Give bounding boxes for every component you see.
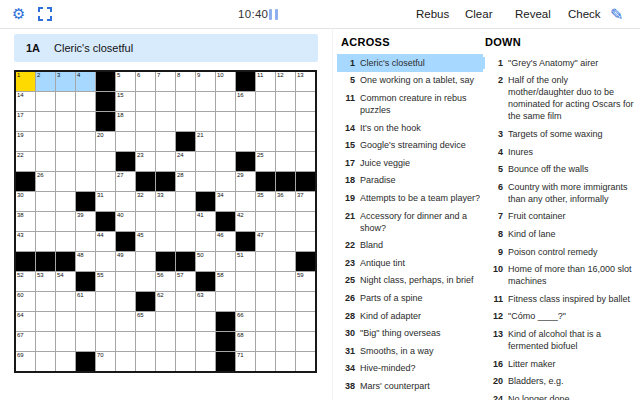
cell-r13c9[interactable] <box>176 312 195 331</box>
down-clue-10[interactable]: 10Home of more than 16,000 slot machines <box>481 260 640 290</box>
cell-r14c8[interactable] <box>156 332 175 351</box>
cell-r3c10[interactable] <box>196 112 215 131</box>
cell-r11c14[interactable] <box>276 272 295 291</box>
down-clue-16[interactable]: 16Litter maker <box>481 355 640 373</box>
clue-text: Targets of some waxing <box>508 128 603 140</box>
cell-r2c3[interactable] <box>56 92 75 111</box>
cell-number: 57 <box>177 272 184 279</box>
clue-text: Smooths, in a way <box>360 345 434 357</box>
cell-r8c9[interactable] <box>176 212 195 231</box>
across-clue-14[interactable]: 14It's on the hook <box>337 119 483 137</box>
rebus-button[interactable]: Rebus <box>416 0 449 28</box>
cell-r5c10[interactable] <box>196 152 215 171</box>
fullscreen-icon[interactable] <box>38 0 52 28</box>
cell-number: 18 <box>117 112 124 119</box>
clue-text: Cleric's closetful <box>360 57 425 69</box>
cell-r1c2[interactable]: 2 <box>36 72 55 91</box>
cell-number: 59 <box>297 272 304 279</box>
cell-r2c11[interactable] <box>216 92 235 111</box>
cell-r12c4[interactable]: 61 <box>76 292 95 311</box>
cell-r10c15 <box>296 252 315 271</box>
cell-r9c3[interactable] <box>56 232 75 251</box>
clue-text: Common creature in rebus puzzles <box>360 92 467 116</box>
down-clue-1[interactable]: 1"Grey's Anatomy" airer <box>481 54 640 72</box>
cell-r14c6[interactable] <box>116 332 135 351</box>
cell-r8c8[interactable] <box>156 212 175 231</box>
cell-r4c10[interactable]: 21 <box>196 132 215 151</box>
cell-r1c14[interactable]: 12 <box>276 72 295 91</box>
down-header: DOWN <box>485 36 640 48</box>
cell-r9c11[interactable]: 46 <box>216 232 235 251</box>
clue-text: Bland <box>360 239 383 251</box>
across-clue-34[interactable]: 34Hive-minded? <box>337 360 483 378</box>
cell-r15c7[interactable] <box>136 352 155 371</box>
cell-r15c6[interactable] <box>116 352 135 371</box>
cell-number: 30 <box>17 192 24 199</box>
down-clue-12[interactable]: 12"Cómo ____?" <box>481 308 640 326</box>
cell-r10c6[interactable]: 49 <box>116 252 135 271</box>
across-clue-22[interactable]: 22Bland <box>337 236 483 254</box>
cell-r13c14[interactable] <box>276 312 295 331</box>
cell-r11c7[interactable] <box>136 272 155 291</box>
cell-r15c13[interactable] <box>256 352 275 371</box>
cell-r8c13[interactable] <box>256 212 275 231</box>
cell-r6c4[interactable] <box>76 172 95 191</box>
cell-r13c1[interactable]: 64 <box>16 312 35 331</box>
clue-text: Litter maker <box>508 358 556 370</box>
cell-r6c12[interactable]: 29 <box>236 172 255 191</box>
cell-r1c3[interactable]: 3 <box>56 72 75 91</box>
across-clue-38[interactable]: 38Mars' counterpart <box>337 377 483 392</box>
across-clue-19[interactable]: 19Attempts to be a team player? <box>337 189 483 207</box>
down-clue-13[interactable]: 13Kind of alcohol that is a fermented bi… <box>481 325 640 355</box>
across-clue-21[interactable]: 21Accessory for dinner and a show? <box>337 207 483 237</box>
cell-r2c14[interactable] <box>276 92 295 111</box>
cell-r14c14[interactable] <box>276 332 295 351</box>
cell-r5c4[interactable] <box>76 152 95 171</box>
cell-r4c11[interactable] <box>216 132 235 151</box>
cell-r9c10[interactable] <box>196 232 215 251</box>
cell-r14c15[interactable] <box>296 332 315 351</box>
settings-gear-icon[interactable]: ⚙ <box>12 0 25 28</box>
cell-number: 9 <box>197 72 200 79</box>
cell-r15c5[interactable]: 70 <box>96 352 115 371</box>
cell-r12c8[interactable]: 62 <box>156 292 175 311</box>
cell-r4c12[interactable] <box>236 132 255 151</box>
reveal-button[interactable]: Reveal <box>515 0 551 28</box>
cell-r14c3[interactable] <box>56 332 75 351</box>
cell-r12c14[interactable] <box>276 292 295 311</box>
down-clue-9[interactable]: 9Poison control remedy <box>481 243 640 261</box>
clue-text: Night class, perhaps, in brief <box>360 274 474 286</box>
cell-number: 51 <box>237 252 244 259</box>
cell-r11c15[interactable]: 59 <box>296 272 315 291</box>
down-clue-20[interactable]: 20Bladders, e.g. <box>481 372 640 390</box>
cell-r9c12 <box>236 232 255 251</box>
across-clue-1[interactable]: 1Cleric's closetful <box>337 54 483 72</box>
across-clue-25[interactable]: 25Night class, perhaps, in brief <box>337 272 483 290</box>
cell-r13c15[interactable] <box>296 312 315 331</box>
clue-number: 11 <box>341 92 355 116</box>
cell-number: 26 <box>37 172 44 179</box>
across-clue-28[interactable]: 28Kind of adapter <box>337 307 483 325</box>
cell-r4c13[interactable] <box>256 132 275 151</box>
cell-r15c3[interactable] <box>56 352 75 371</box>
cell-r12c10[interactable]: 63 <box>196 292 215 311</box>
cell-r13c4[interactable] <box>76 312 95 331</box>
down-clue-11[interactable]: 11Fitness class inspired by ballet <box>481 290 640 308</box>
cell-r2c7[interactable] <box>136 92 155 111</box>
cell-r6c1 <box>16 172 35 191</box>
cell-r1c7[interactable]: 6 <box>136 72 155 91</box>
cell-r1c8[interactable]: 7 <box>156 72 175 91</box>
cell-number: 53 <box>37 272 44 279</box>
cell-r15c15[interactable] <box>296 352 315 371</box>
cell-r12c5[interactable] <box>96 292 115 311</box>
cell-r11c3[interactable]: 54 <box>56 272 75 291</box>
clue-number: 7 <box>489 210 503 222</box>
cell-r4c7[interactable] <box>136 132 155 151</box>
cell-r4c4[interactable] <box>76 132 95 151</box>
cell-r13c12[interactable]: 66 <box>236 312 255 331</box>
cell-r1c6[interactable]: 5 <box>116 72 135 91</box>
cell-number: 20 <box>97 132 104 139</box>
cell-r12c12[interactable] <box>236 292 255 311</box>
cell-r12c15[interactable] <box>296 292 315 311</box>
cell-r1c11[interactable]: 10 <box>216 72 235 91</box>
cell-r7c5[interactable]: 31 <box>96 192 115 211</box>
cell-r8c6[interactable]: 40 <box>116 212 135 231</box>
down-clue-3[interactable]: 3Targets of some waxing <box>481 125 640 143</box>
cell-r2c13[interactable] <box>256 92 275 111</box>
cell-r15c12[interactable]: 71 <box>236 352 255 371</box>
cell-r10c5[interactable] <box>96 252 115 271</box>
cell-r3c12[interactable] <box>236 112 255 131</box>
cell-r6c6[interactable]: 27 <box>116 172 135 191</box>
cell-r2c15[interactable] <box>296 92 315 111</box>
clue-text: Home of more than 16,000 slot machines <box>508 263 632 287</box>
across-clue-30[interactable]: 30"Big" thing overseas <box>337 324 483 342</box>
cell-r7c13[interactable]: 35 <box>256 192 275 211</box>
clear-button[interactable]: Clear <box>465 0 492 28</box>
cell-r5c8[interactable] <box>156 152 175 171</box>
cell-r2c9[interactable] <box>176 92 195 111</box>
cell-r11c2[interactable]: 53 <box>36 272 55 291</box>
cell-r2c4[interactable] <box>76 92 95 111</box>
across-clue-26[interactable]: 26Parts of a spine <box>337 289 483 307</box>
cell-r11c9[interactable]: 57 <box>176 272 195 291</box>
cell-r5c13[interactable]: 25 <box>256 152 275 171</box>
cell-number: 69 <box>17 352 24 359</box>
across-clue-31[interactable]: 31Smooths, in a way <box>337 342 483 360</box>
cell-r11c13[interactable] <box>256 272 275 291</box>
cell-r9c14[interactable] <box>276 232 295 251</box>
clue-number: 10 <box>489 263 503 287</box>
clue-number: 4 <box>489 146 503 158</box>
clue-text: Fruit container <box>508 210 566 222</box>
across-clue-23[interactable]: 23Antique tint <box>337 254 483 272</box>
cell-r9c9[interactable] <box>176 232 195 251</box>
cell-r8c7[interactable] <box>136 212 155 231</box>
cell-number: 64 <box>17 312 24 319</box>
cell-r1c1[interactable]: 1 <box>16 72 35 91</box>
cell-r6c10[interactable] <box>196 172 215 191</box>
cell-r9c7[interactable]: 45 <box>136 232 155 251</box>
cell-r7c6[interactable] <box>116 192 135 211</box>
cell-r8c14[interactable] <box>276 212 295 231</box>
clue-bar-number: 1A <box>26 42 46 54</box>
cell-r14c10[interactable] <box>196 332 215 351</box>
cell-r11c6[interactable] <box>116 272 135 291</box>
cell-r11c5[interactable]: 55 <box>96 272 115 291</box>
cell-number: 61 <box>77 292 84 299</box>
cell-r3c15[interactable] <box>296 112 315 131</box>
cell-r15c8[interactable] <box>156 352 175 371</box>
cell-r7c4 <box>76 192 95 211</box>
clue-text: Kind of alcohol that is a fermented biof… <box>508 328 601 352</box>
clue-text: Inures <box>508 146 533 158</box>
cell-r13c3[interactable] <box>56 312 75 331</box>
cell-number: 47 <box>257 232 264 239</box>
cell-r9c8[interactable] <box>156 232 175 251</box>
clue-number: 13 <box>489 328 503 352</box>
cell-r2c10[interactable] <box>196 92 215 111</box>
cell-r3c6[interactable]: 18 <box>116 112 135 131</box>
cell-r7c9[interactable] <box>176 192 195 211</box>
cell-r2c1[interactable]: 14 <box>16 92 35 111</box>
cell-r12c1[interactable]: 60 <box>16 292 35 311</box>
cell-r6c11[interactable] <box>216 172 235 191</box>
cell-r13c10[interactable] <box>196 312 215 331</box>
cell-r2c6[interactable]: 15 <box>116 92 135 111</box>
cell-r5c14[interactable] <box>276 152 295 171</box>
cell-r2c2[interactable] <box>36 92 55 111</box>
cell-r10c10[interactable]: 50 <box>196 252 215 271</box>
cell-r1c10[interactable]: 9 <box>196 72 215 91</box>
across-clue-15[interactable]: 15Google's streaming device <box>337 136 483 154</box>
cell-r3c13[interactable] <box>256 112 275 131</box>
cell-number: 46 <box>217 232 224 239</box>
cell-r2c8[interactable] <box>156 92 175 111</box>
cell-r5c9[interactable]: 24 <box>176 152 195 171</box>
cell-r10c11[interactable] <box>216 252 235 271</box>
cell-r15c1[interactable]: 69 <box>16 352 35 371</box>
cell-r3c4[interactable] <box>76 112 95 131</box>
cell-r14c2[interactable] <box>36 332 55 351</box>
cell-r7c10 <box>196 192 215 211</box>
cell-r3c3[interactable] <box>56 112 75 131</box>
cell-r6c13 <box>256 172 275 191</box>
cell-r10c4[interactable]: 48 <box>76 252 95 271</box>
cell-number: 5 <box>117 72 120 79</box>
cell-r1c13[interactable]: 11 <box>256 72 275 91</box>
down-clue-24[interactable]: 24No longer done <box>481 390 640 400</box>
cell-number: 66 <box>237 312 244 319</box>
cell-r3c9[interactable] <box>176 112 195 131</box>
cell-number: 36 <box>277 192 284 199</box>
cell-r15c9[interactable] <box>176 352 195 371</box>
down-clue-2[interactable]: 2Half of the only mother/daughter duo to… <box>481 72 640 126</box>
cell-r15c14[interactable] <box>276 352 295 371</box>
cell-r7c3[interactable] <box>56 192 75 211</box>
cell-r15c10[interactable] <box>196 352 215 371</box>
cell-r5c15[interactable] <box>296 152 315 171</box>
cell-r8c1[interactable]: 38 <box>16 212 35 231</box>
cell-r14c9[interactable] <box>176 332 195 351</box>
cell-r9c13[interactable]: 47 <box>256 232 275 251</box>
cell-r6c14 <box>276 172 295 191</box>
cell-r4c15[interactable] <box>296 132 315 151</box>
cell-r7c11[interactable]: 34 <box>216 192 235 211</box>
down-clue-6[interactable]: 6Country with more immigrants than any o… <box>481 178 640 208</box>
cell-r4c14[interactable] <box>276 132 295 151</box>
timer: 10:40 <box>238 0 268 28</box>
cell-number: 48 <box>77 252 84 259</box>
clue-text: No longer done <box>508 393 570 400</box>
across-clue-11[interactable]: 11Common creature in rebus puzzles <box>337 89 483 119</box>
cell-r9c1[interactable]: 43 <box>16 232 35 251</box>
cell-r3c1[interactable]: 17 <box>16 112 35 131</box>
cell-r3c8[interactable] <box>156 112 175 131</box>
cell-r8c12[interactable]: 42 <box>236 212 255 231</box>
cell-r7c2[interactable] <box>36 192 55 211</box>
across-clue-5[interactable]: 5One working on a tablet, say <box>337 72 483 90</box>
cell-number: 50 <box>197 252 204 259</box>
cell-r11c12[interactable] <box>236 272 255 291</box>
cell-r4c5[interactable]: 20 <box>96 132 115 151</box>
cell-r15c2[interactable] <box>36 352 55 371</box>
cell-r13c7[interactable]: 65 <box>136 312 155 331</box>
cell-r14c4[interactable] <box>76 332 95 351</box>
cell-r4c6[interactable] <box>116 132 135 151</box>
cell-r4c3[interactable] <box>56 132 75 151</box>
cell-r3c14[interactable] <box>276 112 295 131</box>
across-clue-17[interactable]: 17Juice veggie <box>337 154 483 172</box>
cell-r10c7[interactable] <box>136 252 155 271</box>
cell-r7c1[interactable]: 30 <box>16 192 35 211</box>
cell-r15c11 <box>216 352 235 371</box>
cell-r14c12[interactable]: 68 <box>236 332 255 351</box>
cell-r7c8[interactable]: 33 <box>156 192 175 211</box>
cell-r5c7[interactable]: 23 <box>136 152 155 171</box>
cell-r14c13[interactable] <box>256 332 275 351</box>
cell-r10c14[interactable] <box>276 252 295 271</box>
cell-r9c6 <box>116 232 135 251</box>
cell-r11c11[interactable]: 58 <box>216 272 235 291</box>
cell-number: 41 <box>197 212 204 219</box>
cell-r12c11[interactable] <box>216 292 235 311</box>
cell-r14c1[interactable]: 67 <box>16 332 35 351</box>
across-clue-18[interactable]: 18Paradise <box>337 172 483 190</box>
down-clue-4[interactable]: 4Inures <box>481 143 640 161</box>
cell-r1c15[interactable]: 13 <box>296 72 315 91</box>
cell-r4c2[interactable] <box>36 132 55 151</box>
cell-r7c14[interactable]: 36 <box>276 192 295 211</box>
cell-r14c7[interactable] <box>136 332 155 351</box>
cell-r13c6[interactable] <box>116 312 135 331</box>
cell-r12c2[interactable] <box>36 292 55 311</box>
cell-number: 68 <box>237 332 244 339</box>
cell-number: 39 <box>77 212 84 219</box>
cell-r6c2[interactable]: 26 <box>36 172 55 191</box>
cell-r8c4[interactable]: 39 <box>76 212 95 231</box>
cell-r6c3[interactable] <box>56 172 75 191</box>
cell-r12c9[interactable] <box>176 292 195 311</box>
check-button[interactable]: Check <box>568 0 601 28</box>
cell-r3c7[interactable] <box>136 112 155 131</box>
cell-r11c1[interactable]: 52 <box>16 272 35 291</box>
cell-r6c9[interactable]: 28 <box>176 172 195 191</box>
cell-r2c12[interactable]: 16 <box>236 92 255 111</box>
cell-r8c3[interactable] <box>56 212 75 231</box>
cell-r7c15[interactable]: 37 <box>296 192 315 211</box>
cell-number: 3 <box>57 72 60 79</box>
cell-r12c7 <box>136 292 155 311</box>
clue-number: 5 <box>341 74 355 86</box>
cell-r11c8[interactable]: 56 <box>156 272 175 291</box>
cell-r5c3[interactable] <box>56 152 75 171</box>
cell-r13c8[interactable] <box>156 312 175 331</box>
cell-r12c13[interactable] <box>256 292 275 311</box>
cell-r13c2[interactable] <box>36 312 55 331</box>
cell-r12c3[interactable] <box>56 292 75 311</box>
cell-r5c2[interactable] <box>36 152 55 171</box>
cell-r1c9[interactable]: 8 <box>176 72 195 91</box>
down-clue-7[interactable]: 7Fruit container <box>481 208 640 226</box>
cell-r8c2[interactable] <box>36 212 55 231</box>
cell-r7c12[interactable] <box>236 192 255 211</box>
clue-number: 22 <box>341 239 355 251</box>
cell-r9c4[interactable] <box>76 232 95 251</box>
cell-r9c15[interactable] <box>296 232 315 251</box>
cell-r3c2[interactable] <box>36 112 55 131</box>
cell-r6c5[interactable] <box>96 172 115 191</box>
down-clue-8[interactable]: 8Kind of lane <box>481 225 640 243</box>
cell-r5c11[interactable] <box>216 152 235 171</box>
cell-r12c6[interactable] <box>116 292 135 311</box>
cell-r10c12[interactable]: 51 <box>236 252 255 271</box>
cell-r10c13[interactable] <box>256 252 275 271</box>
cell-r4c1[interactable]: 19 <box>16 132 35 151</box>
clue-bar-text: Cleric's closetful <box>54 42 133 54</box>
pause-icon[interactable] <box>269 0 278 28</box>
cell-r13c13[interactable] <box>256 312 275 331</box>
clue-number: 20 <box>489 375 503 387</box>
cell-r14c5[interactable] <box>96 332 115 351</box>
cell-r9c5[interactable]: 44 <box>96 232 115 251</box>
cell-number: 28 <box>177 172 184 179</box>
cell-r2c5 <box>96 92 115 111</box>
cell-number: 1 <box>17 72 20 79</box>
cell-number: 54 <box>57 272 64 279</box>
cell-r4c8[interactable] <box>156 132 175 151</box>
cell-r13c5[interactable] <box>96 312 115 331</box>
cell-r6c8 <box>156 172 175 191</box>
cell-r8c15[interactable] <box>296 212 315 231</box>
cell-r4c9 <box>176 132 195 151</box>
cell-r5c5[interactable] <box>96 152 115 171</box>
cell-r3c11[interactable] <box>216 112 235 131</box>
clue-text: Attempts to be a team player? <box>360 192 480 204</box>
cell-r7c7[interactable]: 32 <box>136 192 155 211</box>
cell-r9c2[interactable] <box>36 232 55 251</box>
clue-number: 24 <box>489 393 503 400</box>
cell-r8c10[interactable]: 41 <box>196 212 215 231</box>
down-clue-5[interactable]: 5Bounce off the walls <box>481 160 640 178</box>
pencil-icon[interactable]: ✎ <box>610 0 623 28</box>
cell-r5c1[interactable]: 22 <box>16 152 35 171</box>
cell-r1c4[interactable]: 4 <box>76 72 95 91</box>
